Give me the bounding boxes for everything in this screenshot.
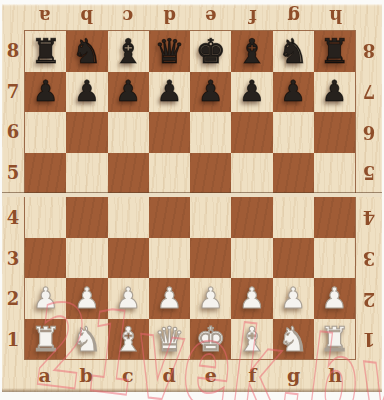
piece-white-pawn[interactable]: ♟ (321, 284, 347, 313)
file-label-top-h: h (315, 4, 357, 30)
piece-white-rook[interactable]: ♜ (319, 322, 349, 356)
square-c3[interactable] (108, 238, 149, 279)
piece-black-pawn[interactable]: ♟ (115, 77, 141, 106)
square-b2[interactable]: ♟ (66, 278, 107, 319)
rank-labels-right-top: 8765 (356, 30, 382, 193)
square-h4[interactable] (314, 197, 355, 238)
square-c7[interactable]: ♟ (108, 72, 149, 113)
square-d8[interactable]: ♛ (149, 31, 190, 72)
square-e2[interactable]: ♟ (190, 278, 231, 319)
piece-white-knight[interactable]: ♞ (72, 322, 102, 356)
square-h8[interactable]: ♜ (314, 31, 355, 72)
piece-white-rook[interactable]: ♜ (30, 322, 60, 356)
square-d2[interactable]: ♟ (149, 278, 190, 319)
square-g6[interactable] (273, 112, 314, 153)
rank-label-left-5: 5 (2, 152, 24, 193)
square-a8[interactable]: ♜ (25, 31, 66, 72)
square-h3[interactable] (314, 238, 355, 279)
rank-label-left-1: 1 (2, 319, 24, 360)
square-b5[interactable] (66, 153, 107, 194)
piece-black-rook[interactable]: ♜ (319, 34, 349, 68)
piece-black-pawn[interactable]: ♟ (321, 77, 347, 106)
square-c1[interactable]: ♝ (108, 319, 149, 360)
piece-black-pawn[interactable]: ♟ (33, 77, 59, 106)
rank-label-right-8: 8 (356, 30, 382, 71)
piece-white-pawn[interactable]: ♟ (74, 284, 100, 313)
file-label-bottom-a: a (24, 360, 66, 390)
file-label-bottom-g: g (273, 360, 315, 390)
rank-label-left-8: 8 (2, 30, 24, 71)
rank-labels-right-bottom: 4321 (356, 197, 382, 360)
file-label-top-e: e (190, 4, 232, 30)
square-e6[interactable] (190, 112, 231, 153)
piece-black-queen[interactable]: ♛ (154, 34, 184, 68)
piece-black-pawn[interactable]: ♟ (156, 77, 182, 106)
square-g4[interactable] (273, 197, 314, 238)
square-h7[interactable]: ♟ (314, 72, 355, 113)
wooden-board: abcdefgh ♜♞♝♛♚♝♞♜♟♟♟♟♟♟♟♟ ♟♟♟♟♟♟♟♟♜♞♝♛♚♝… (2, 4, 382, 392)
file-label-top-f: f (232, 4, 274, 30)
square-b1[interactable]: ♞ (66, 319, 107, 360)
rank-label-left-7: 7 (2, 71, 24, 112)
square-c8[interactable]: ♝ (108, 31, 149, 72)
piece-black-king[interactable]: ♚ (195, 34, 225, 68)
square-e8[interactable]: ♚ (190, 31, 231, 72)
file-label-top-g: g (273, 4, 315, 30)
square-a3[interactable] (25, 238, 66, 279)
piece-white-pawn[interactable]: ♟ (115, 284, 141, 313)
file-label-bottom-c: c (107, 360, 149, 390)
rank-label-left-3: 3 (2, 238, 24, 279)
piece-black-bishop[interactable]: ♝ (237, 34, 267, 68)
square-f3[interactable] (231, 238, 272, 279)
square-f2[interactable]: ♟ (231, 278, 272, 319)
rank-label-right-6: 6 (356, 112, 382, 153)
square-a2[interactable]: ♟ (25, 278, 66, 319)
piece-white-pawn[interactable]: ♟ (33, 284, 59, 313)
square-g3[interactable] (273, 238, 314, 279)
square-a1[interactable]: ♜ (25, 319, 66, 360)
piece-black-knight[interactable]: ♞ (72, 34, 102, 68)
rank-label-left-6: 6 (2, 112, 24, 153)
piece-black-bishop[interactable]: ♝ (113, 34, 143, 68)
file-label-top-d: d (149, 4, 191, 30)
square-h6[interactable] (314, 112, 355, 153)
square-b3[interactable] (66, 238, 107, 279)
square-g5[interactable] (273, 153, 314, 194)
file-labels-bottom: abcdefgh (24, 360, 356, 390)
board-top-half: ♜♞♝♛♚♝♞♜♟♟♟♟♟♟♟♟ (24, 30, 356, 193)
file-label-top-b: b (66, 4, 108, 30)
square-c5[interactable] (108, 153, 149, 194)
square-a4[interactable] (25, 197, 66, 238)
piece-black-knight[interactable]: ♞ (278, 34, 308, 68)
square-e3[interactable] (190, 238, 231, 279)
square-f8[interactable]: ♝ (231, 31, 272, 72)
piece-white-pawn[interactable]: ♟ (156, 284, 182, 313)
square-d1[interactable]: ♛ (149, 319, 190, 360)
piece-black-rook[interactable]: ♜ (30, 34, 60, 68)
square-d6[interactable] (149, 112, 190, 153)
rank-label-right-7: 7 (356, 71, 382, 112)
square-b7[interactable]: ♟ (66, 72, 107, 113)
piece-white-pawn[interactable]: ♟ (198, 284, 224, 313)
square-e5[interactable] (190, 153, 231, 194)
square-g7[interactable]: ♟ (273, 72, 314, 113)
chessboard-product-photo: abcdefgh ♜♞♝♛♚♝♞♜♟♟♟♟♟♟♟♟ ♟♟♟♟♟♟♟♟♜♞♝♛♚♝… (0, 0, 384, 400)
square-a7[interactable]: ♟ (25, 72, 66, 113)
square-a6[interactable] (25, 112, 66, 153)
square-g1[interactable]: ♞ (273, 319, 314, 360)
square-c4[interactable] (108, 197, 149, 238)
piece-white-bishop[interactable]: ♝ (113, 322, 143, 356)
square-g2[interactable]: ♟ (273, 278, 314, 319)
file-label-bottom-h: h (315, 360, 357, 390)
square-f4[interactable] (231, 197, 272, 238)
file-label-top-a: a (24, 4, 66, 30)
square-e4[interactable] (190, 197, 231, 238)
square-g8[interactable]: ♞ (273, 31, 314, 72)
piece-black-pawn[interactable]: ♟ (280, 77, 306, 106)
square-d5[interactable] (149, 153, 190, 194)
piece-black-pawn[interactable]: ♟ (198, 77, 224, 106)
file-label-bottom-e: e (190, 360, 232, 390)
square-b8[interactable]: ♞ (66, 31, 107, 72)
piece-white-knight[interactable]: ♞ (278, 322, 308, 356)
square-c2[interactable]: ♟ (108, 278, 149, 319)
rank-label-left-2: 2 (2, 279, 24, 320)
square-d7[interactable]: ♟ (149, 72, 190, 113)
piece-white-queen[interactable]: ♛ (154, 322, 184, 356)
rank-label-right-5: 5 (356, 152, 382, 193)
file-label-top-c: c (107, 4, 149, 30)
piece-white-pawn[interactable]: ♟ (239, 284, 265, 313)
square-h1[interactable]: ♜ (314, 319, 355, 360)
square-f7[interactable]: ♟ (231, 72, 272, 113)
square-c6[interactable] (108, 112, 149, 153)
rank-label-left-4: 4 (2, 197, 24, 238)
board-edge-shadow (2, 388, 382, 392)
board-bottom-half: ♟♟♟♟♟♟♟♟♜♞♝♛♚♝♞♜ (24, 197, 356, 360)
square-a5[interactable] (25, 153, 66, 194)
square-b4[interactable] (66, 197, 107, 238)
square-e1[interactable]: ♚ (190, 319, 231, 360)
file-label-bottom-b: b (66, 360, 108, 390)
piece-white-king[interactable]: ♚ (195, 322, 225, 356)
square-d4[interactable] (149, 197, 190, 238)
file-label-bottom-d: d (149, 360, 191, 390)
rank-label-right-1: 1 (356, 319, 382, 360)
file-labels-top: abcdefgh (24, 4, 356, 30)
square-b6[interactable] (66, 112, 107, 153)
rank-label-right-3: 3 (356, 238, 382, 279)
square-f5[interactable] (231, 153, 272, 194)
piece-white-pawn[interactable]: ♟ (280, 284, 306, 313)
piece-black-pawn[interactable]: ♟ (74, 77, 100, 106)
square-h5[interactable] (314, 153, 355, 194)
board-fold-seam (2, 192, 382, 197)
rank-labels-left-top: 8765 (2, 30, 24, 193)
square-d3[interactable] (149, 238, 190, 279)
rank-labels-left-bottom: 4321 (2, 197, 24, 360)
piece-white-bishop[interactable]: ♝ (237, 322, 267, 356)
square-e7[interactable]: ♟ (190, 72, 231, 113)
rank-label-right-2: 2 (356, 279, 382, 320)
square-f6[interactable] (231, 112, 272, 153)
file-label-bottom-f: f (232, 360, 274, 390)
square-h2[interactable]: ♟ (314, 278, 355, 319)
piece-black-pawn[interactable]: ♟ (239, 77, 265, 106)
rank-label-right-4: 4 (356, 197, 382, 238)
square-f1[interactable]: ♝ (231, 319, 272, 360)
